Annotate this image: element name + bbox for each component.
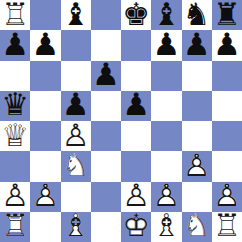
black-king-glyph: ♚ xyxy=(121,0,151,29)
black-pawn-glyph: ♟ xyxy=(151,29,181,59)
black-pawn[interactable]: ♟ xyxy=(121,91,151,121)
white-pawn-outline-glyph: ♙ xyxy=(182,150,212,180)
white-king-outline-glyph: ♔ xyxy=(121,211,151,241)
white-bishop-outline-glyph: ♗ xyxy=(61,211,91,241)
white-pawn-outline-glyph: ♙ xyxy=(212,181,242,211)
black-pawn[interactable]: ♟ xyxy=(182,30,212,60)
white-queen-outline-glyph: ♕ xyxy=(0,120,30,150)
square-h4[interactable] xyxy=(212,121,242,151)
black-queen-glyph: ♛ xyxy=(0,90,30,120)
white-pawn-outline-glyph: ♙ xyxy=(0,181,30,211)
square-g3[interactable]: ♟♙ xyxy=(182,151,212,181)
square-b4[interactable] xyxy=(30,121,60,151)
square-b1[interactable] xyxy=(30,212,60,242)
black-pawn-glyph: ♟ xyxy=(212,29,242,59)
square-b2[interactable]: ♟♙ xyxy=(30,182,60,212)
square-c3[interactable]: ♞♘ xyxy=(61,151,91,181)
square-b5[interactable] xyxy=(30,91,60,121)
black-pawn[interactable]: ♟ xyxy=(0,30,30,60)
white-queen[interactable]: ♛♕ xyxy=(0,121,30,151)
square-d1[interactable] xyxy=(91,212,121,242)
square-d2[interactable] xyxy=(91,182,121,212)
square-g5[interactable] xyxy=(182,91,212,121)
square-a4[interactable]: ♛♕ xyxy=(0,121,30,151)
square-c8[interactable]: ♝ xyxy=(61,0,91,30)
square-e5[interactable]: ♟ xyxy=(121,91,151,121)
square-f5[interactable] xyxy=(151,91,181,121)
square-g7[interactable]: ♟ xyxy=(182,30,212,60)
square-d3[interactable] xyxy=(91,151,121,181)
square-h6[interactable] xyxy=(212,61,242,91)
white-pawn-outline-glyph: ♙ xyxy=(151,181,181,211)
white-rook-outline-glyph: ♖ xyxy=(212,211,242,241)
square-d4[interactable] xyxy=(91,121,121,151)
square-c1[interactable]: ♝♗ xyxy=(61,212,91,242)
black-pawn-glyph: ♟ xyxy=(0,29,30,59)
chess-app: ♜♖♝♚♝♞♜♟♟♟♟♟♟♛♟♟♛♕♟♙♞♘♟♙♟♙♟♙♟♙♟♙♟♙♜♖♝♗♚♔… xyxy=(0,0,242,242)
black-pawn-glyph: ♟ xyxy=(182,29,212,59)
square-f1[interactable]: ♝♗ xyxy=(151,212,181,242)
square-b6[interactable] xyxy=(30,61,60,91)
white-rook-outline-glyph: ♖ xyxy=(0,0,30,29)
black-bishop-glyph: ♝ xyxy=(151,0,181,29)
black-pawn[interactable]: ♟ xyxy=(30,30,60,60)
black-knight-glyph: ♞ xyxy=(182,0,212,29)
white-knight-outline-glyph: ♘ xyxy=(182,211,212,241)
square-d6[interactable]: ♟ xyxy=(91,61,121,91)
square-e7[interactable] xyxy=(121,30,151,60)
square-h5[interactable] xyxy=(212,91,242,121)
square-e4[interactable] xyxy=(121,121,151,151)
black-rook-glyph: ♜ xyxy=(212,0,242,29)
white-pawn-outline-glyph: ♙ xyxy=(121,181,151,211)
white-rook[interactable]: ♜♖ xyxy=(0,212,30,242)
square-f6[interactable] xyxy=(151,61,181,91)
black-king[interactable]: ♚ xyxy=(121,0,151,30)
black-pawn[interactable]: ♟ xyxy=(151,30,181,60)
white-rook[interactable]: ♜♖ xyxy=(212,212,242,242)
square-e8[interactable]: ♚ xyxy=(121,0,151,30)
black-pawn[interactable]: ♟ xyxy=(91,61,121,91)
square-e1[interactable]: ♚♔ xyxy=(121,212,151,242)
black-pawn-glyph: ♟ xyxy=(61,90,91,120)
white-bishop[interactable]: ♝♗ xyxy=(61,212,91,242)
square-g1[interactable]: ♞♘ xyxy=(182,212,212,242)
square-f4[interactable] xyxy=(151,121,181,151)
square-c7[interactable] xyxy=(61,30,91,60)
square-d8[interactable] xyxy=(91,0,121,30)
square-d5[interactable] xyxy=(91,91,121,121)
black-bishop[interactable]: ♝ xyxy=(61,0,91,30)
square-a7[interactable]: ♟ xyxy=(0,30,30,60)
square-f7[interactable]: ♟ xyxy=(151,30,181,60)
square-h1[interactable]: ♜♖ xyxy=(212,212,242,242)
white-pawn[interactable]: ♟♙ xyxy=(182,151,212,181)
black-pawn-glyph: ♟ xyxy=(91,60,121,90)
black-pawn-glyph: ♟ xyxy=(30,29,60,59)
white-bishop[interactable]: ♝♗ xyxy=(151,212,181,242)
square-g6[interactable] xyxy=(182,61,212,91)
white-rook-outline-glyph: ♖ xyxy=(0,211,30,241)
white-pawn-outline-glyph: ♙ xyxy=(61,120,91,150)
chess-board: ♜♖♝♚♝♞♜♟♟♟♟♟♟♛♟♟♛♕♟♙♞♘♟♙♟♙♟♙♟♙♟♙♟♙♜♖♝♗♚♔… xyxy=(0,0,242,242)
white-pawn-outline-glyph: ♙ xyxy=(30,181,60,211)
black-pawn-glyph: ♟ xyxy=(121,90,151,120)
white-pawn[interactable]: ♟♙ xyxy=(30,182,60,212)
white-bishop-outline-glyph: ♗ xyxy=(151,211,181,241)
square-a1[interactable]: ♜♖ xyxy=(0,212,30,242)
square-h7[interactable]: ♟ xyxy=(212,30,242,60)
black-pawn[interactable]: ♟ xyxy=(212,30,242,60)
white-knight-outline-glyph: ♘ xyxy=(61,150,91,180)
white-king[interactable]: ♚♔ xyxy=(121,212,151,242)
white-knight[interactable]: ♞♘ xyxy=(182,212,212,242)
square-b7[interactable]: ♟ xyxy=(30,30,60,60)
black-bishop-glyph: ♝ xyxy=(61,0,91,29)
white-knight[interactable]: ♞♘ xyxy=(61,151,91,181)
